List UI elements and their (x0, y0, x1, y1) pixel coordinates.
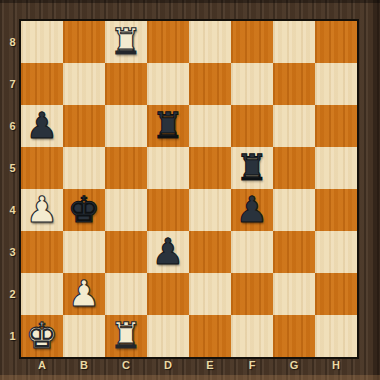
square-h2[interactable] (315, 273, 357, 315)
square-f8[interactable] (231, 21, 273, 63)
black-pawn: ♟ (147, 231, 189, 273)
square-g4[interactable] (273, 189, 315, 231)
square-f3[interactable] (231, 231, 273, 273)
square-b8[interactable] (63, 21, 105, 63)
rank-label-3: 3 (0, 231, 19, 273)
square-g8[interactable] (273, 21, 315, 63)
square-g7[interactable] (273, 63, 315, 105)
square-g1[interactable] (273, 315, 315, 357)
square-a6[interactable]: ♟ (21, 105, 63, 147)
square-h8[interactable] (315, 21, 357, 63)
square-a1[interactable]: ♚ (21, 315, 63, 357)
white-rook: ♜ (105, 315, 147, 357)
square-a5[interactable] (21, 147, 63, 189)
square-e1[interactable] (189, 315, 231, 357)
rank-label-7: 7 (0, 63, 19, 105)
square-h1[interactable] (315, 315, 357, 357)
square-a7[interactable] (21, 63, 63, 105)
square-h6[interactable] (315, 105, 357, 147)
square-e6[interactable] (189, 105, 231, 147)
file-label-b: B (63, 357, 105, 377)
square-f7[interactable] (231, 63, 273, 105)
square-a3[interactable] (21, 231, 63, 273)
rank-label-2: 2 (0, 273, 19, 315)
square-e8[interactable] (189, 21, 231, 63)
square-c5[interactable] (105, 147, 147, 189)
black-king: ♚ (63, 189, 105, 231)
square-g6[interactable] (273, 105, 315, 147)
square-e5[interactable] (189, 147, 231, 189)
black-rook: ♜ (147, 105, 189, 147)
square-f5[interactable]: ♜ (231, 147, 273, 189)
black-pawn: ♟ (21, 105, 63, 147)
square-d5[interactable] (147, 147, 189, 189)
file-label-c: C (105, 357, 147, 377)
white-pawn: ♟ (21, 189, 63, 231)
square-d6[interactable]: ♜ (147, 105, 189, 147)
file-label-d: D (147, 357, 189, 377)
rank-label-5: 5 (0, 147, 19, 189)
square-f4[interactable]: ♟ (231, 189, 273, 231)
file-label-g: G (273, 357, 315, 377)
rank-label-8: 8 (0, 21, 19, 63)
square-g5[interactable] (273, 147, 315, 189)
square-e2[interactable] (189, 273, 231, 315)
square-g3[interactable] (273, 231, 315, 273)
square-c7[interactable] (105, 63, 147, 105)
rank-label-1: 1 (0, 315, 19, 357)
square-d2[interactable] (147, 273, 189, 315)
file-label-f: F (231, 357, 273, 377)
square-a4[interactable]: ♟ (21, 189, 63, 231)
black-rook: ♜ (231, 147, 273, 189)
rank-labels: 87654321 (0, 21, 19, 357)
file-label-a: A (21, 357, 63, 377)
square-e4[interactable] (189, 189, 231, 231)
square-g2[interactable] (273, 273, 315, 315)
square-h3[interactable] (315, 231, 357, 273)
square-a8[interactable] (21, 21, 63, 63)
chess-board-window: ♜♟♜♜♟♚♟♟♟♚♜ 87654321 ABCDEFGH (0, 0, 380, 380)
square-f6[interactable] (231, 105, 273, 147)
square-b5[interactable] (63, 147, 105, 189)
rank-label-4: 4 (0, 189, 19, 231)
square-b3[interactable] (63, 231, 105, 273)
file-label-e: E (189, 357, 231, 377)
square-h4[interactable] (315, 189, 357, 231)
square-c2[interactable] (105, 273, 147, 315)
square-d4[interactable] (147, 189, 189, 231)
square-d8[interactable] (147, 21, 189, 63)
white-pawn: ♟ (63, 273, 105, 315)
square-f2[interactable] (231, 273, 273, 315)
square-e7[interactable] (189, 63, 231, 105)
square-a2[interactable] (21, 273, 63, 315)
frame-edge-shadow-top (0, 0, 380, 3)
square-d3[interactable]: ♟ (147, 231, 189, 273)
chess-board: ♜♟♜♜♟♚♟♟♟♚♜ (19, 19, 359, 359)
square-f1[interactable] (231, 315, 273, 357)
file-labels: ABCDEFGH (21, 357, 357, 377)
square-b1[interactable] (63, 315, 105, 357)
square-c6[interactable] (105, 105, 147, 147)
square-h7[interactable] (315, 63, 357, 105)
frame-edge-shadow-right (373, 0, 380, 380)
square-c4[interactable] (105, 189, 147, 231)
square-d7[interactable] (147, 63, 189, 105)
square-c8[interactable]: ♜ (105, 21, 147, 63)
square-h5[interactable] (315, 147, 357, 189)
square-c3[interactable] (105, 231, 147, 273)
square-b7[interactable] (63, 63, 105, 105)
square-b2[interactable]: ♟ (63, 273, 105, 315)
file-label-h: H (315, 357, 357, 377)
square-d1[interactable] (147, 315, 189, 357)
white-king: ♚ (21, 315, 63, 357)
white-rook: ♜ (105, 21, 147, 63)
square-b4[interactable]: ♚ (63, 189, 105, 231)
square-b6[interactable] (63, 105, 105, 147)
rank-label-6: 6 (0, 105, 19, 147)
square-c1[interactable]: ♜ (105, 315, 147, 357)
square-e3[interactable] (189, 231, 231, 273)
black-pawn: ♟ (231, 189, 273, 231)
